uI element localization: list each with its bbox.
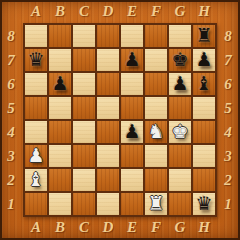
rank-label-left-7: 7 [0, 48, 22, 72]
square-c3[interactable] [73, 145, 95, 167]
piece-black-pawn[interactable]: ♟ [123, 122, 140, 141]
file-label-top-G: G [168, 1, 192, 22]
square-d7[interactable] [97, 49, 119, 71]
square-c4[interactable] [73, 121, 95, 143]
piece-black-bishop[interactable]: ♝ [195, 74, 212, 93]
rank-label-left-2: 2 [0, 168, 22, 192]
square-c2[interactable] [73, 169, 95, 191]
rank-label-right-6: 6 [217, 72, 239, 96]
square-f8[interactable] [145, 25, 167, 47]
square-h1[interactable]: ♛ [193, 193, 215, 215]
square-g1[interactable] [169, 193, 191, 215]
square-f2[interactable] [145, 169, 167, 191]
piece-black-pawn[interactable]: ♟ [51, 74, 68, 93]
square-a3[interactable]: ♟ [25, 145, 47, 167]
square-f5[interactable] [145, 97, 167, 119]
piece-black-pawn[interactable]: ♟ [195, 50, 212, 69]
square-c8[interactable] [73, 25, 95, 47]
square-f1[interactable]: ♜ [145, 193, 167, 215]
rank-label-right-5: 5 [217, 96, 239, 120]
piece-white-rook[interactable]: ♜ [147, 194, 164, 213]
square-g8[interactable] [169, 25, 191, 47]
square-a6[interactable] [25, 73, 47, 95]
square-h3[interactable] [193, 145, 215, 167]
square-g4[interactable]: ♚ [169, 121, 191, 143]
file-label-bottom-H: H [192, 217, 216, 238]
rank-label-left-5: 5 [0, 96, 22, 120]
square-g6[interactable]: ♟ [169, 73, 191, 95]
square-b8[interactable] [49, 25, 71, 47]
square-e1[interactable] [121, 193, 143, 215]
square-g2[interactable] [169, 169, 191, 191]
square-b3[interactable] [49, 145, 71, 167]
square-d3[interactable] [97, 145, 119, 167]
rank-label-right-3: 3 [217, 144, 239, 168]
file-label-top-H: H [192, 1, 216, 22]
square-c6[interactable] [73, 73, 95, 95]
rank-label-left-8: 8 [0, 24, 22, 48]
piece-white-king[interactable]: ♚ [171, 122, 188, 141]
file-label-top-E: E [120, 1, 144, 22]
square-e2[interactable] [121, 169, 143, 191]
square-d1[interactable] [97, 193, 119, 215]
square-c1[interactable] [73, 193, 95, 215]
rank-label-right-7: 7 [217, 48, 239, 72]
piece-black-pawn[interactable]: ♟ [123, 50, 140, 69]
square-e5[interactable] [121, 97, 143, 119]
square-d2[interactable] [97, 169, 119, 191]
square-b7[interactable] [49, 49, 71, 71]
rank-label-left-1: 1 [0, 192, 22, 216]
square-e6[interactable] [121, 73, 143, 95]
file-label-top-A: A [24, 1, 48, 22]
square-g5[interactable] [169, 97, 191, 119]
piece-white-pawn[interactable]: ♟ [27, 146, 44, 165]
square-h4[interactable] [193, 121, 215, 143]
piece-black-pawn[interactable]: ♟ [171, 74, 188, 93]
square-a2[interactable]: ♝ [25, 169, 47, 191]
square-b1[interactable] [49, 193, 71, 215]
square-b5[interactable] [49, 97, 71, 119]
square-h7[interactable]: ♟ [193, 49, 215, 71]
square-e4[interactable]: ♟ [121, 121, 143, 143]
piece-black-rook[interactable]: ♜ [195, 26, 212, 45]
file-label-top-D: D [96, 1, 120, 22]
file-label-bottom-F: F [144, 217, 168, 238]
square-e8[interactable] [121, 25, 143, 47]
file-label-bottom-C: C [72, 217, 96, 238]
square-b4[interactable] [49, 121, 71, 143]
square-e3[interactable] [121, 145, 143, 167]
square-h6[interactable]: ♝ [193, 73, 215, 95]
square-h8[interactable]: ♜ [193, 25, 215, 47]
rank-label-right-1: 1 [217, 192, 239, 216]
rank-label-right-8: 8 [217, 24, 239, 48]
square-d6[interactable] [97, 73, 119, 95]
rank-label-left-4: 4 [0, 120, 22, 144]
square-f4[interactable]: ♞ [145, 121, 167, 143]
file-label-bottom-A: A [24, 217, 48, 238]
file-label-bottom-B: B [48, 217, 72, 238]
square-a4[interactable] [25, 121, 47, 143]
piece-white-bishop[interactable]: ♝ [27, 170, 44, 189]
file-label-bottom-G: G [168, 217, 192, 238]
piece-black-queen[interactable]: ♛ [195, 194, 212, 213]
rank-label-right-2: 2 [217, 168, 239, 192]
square-h5[interactable] [193, 97, 215, 119]
rank-label-left-3: 3 [0, 144, 22, 168]
square-b2[interactable] [49, 169, 71, 191]
square-f3[interactable] [145, 145, 167, 167]
square-f7[interactable] [145, 49, 167, 71]
file-label-top-C: C [72, 1, 96, 22]
file-label-top-B: B [48, 1, 72, 22]
square-d4[interactable] [97, 121, 119, 143]
piece-black-queen[interactable]: ♛ [27, 50, 44, 69]
square-a8[interactable] [25, 25, 47, 47]
file-label-bottom-D: D [96, 217, 120, 238]
square-d8[interactable] [97, 25, 119, 47]
file-label-bottom-E: E [120, 217, 144, 238]
square-f6[interactable] [145, 73, 167, 95]
square-c5[interactable] [73, 97, 95, 119]
square-a1[interactable] [25, 193, 47, 215]
square-e7[interactable]: ♟ [121, 49, 143, 71]
square-c7[interactable] [73, 49, 95, 71]
square-a5[interactable] [25, 97, 47, 119]
rank-label-right-4: 4 [217, 120, 239, 144]
square-g7[interactable]: ♚ [169, 49, 191, 71]
file-label-top-F: F [144, 1, 168, 22]
square-h2[interactable] [193, 169, 215, 191]
chess-board: ♜♛♟♚♟♟♟♝♟♞♚♟♝♜♛ [23, 23, 217, 217]
square-a7[interactable]: ♛ [25, 49, 47, 71]
square-g3[interactable] [169, 145, 191, 167]
rank-label-left-6: 6 [0, 72, 22, 96]
chess-scene: ♜♛♟♚♟♟♟♝♟♞♚♟♝♜♛ AABBCCDDEEFFGGHH88776655… [0, 0, 240, 240]
square-b6[interactable]: ♟ [49, 73, 71, 95]
piece-black-king[interactable]: ♚ [171, 50, 188, 69]
piece-white-knight[interactable]: ♞ [147, 122, 164, 141]
square-d5[interactable] [97, 97, 119, 119]
